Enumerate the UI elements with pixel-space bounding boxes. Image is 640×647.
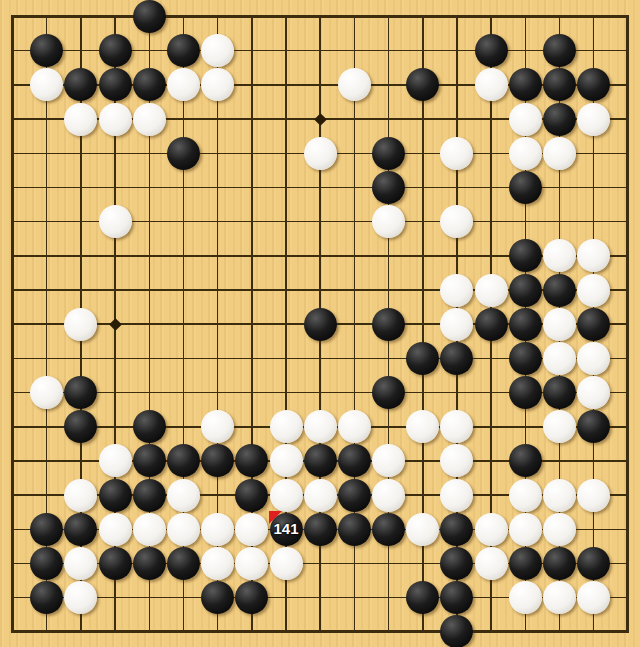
white-stone: [30, 68, 63, 101]
white-stone: [270, 479, 303, 512]
white-stone: [543, 137, 576, 170]
white-stone: [440, 308, 473, 341]
black-stone: [167, 34, 200, 67]
white-stone: [99, 513, 132, 546]
black-stone: [338, 444, 371, 477]
white-stone: [509, 137, 542, 170]
black-stone: [99, 547, 132, 580]
white-stone: [406, 410, 439, 443]
white-stone: [201, 547, 234, 580]
black-stone: [30, 513, 63, 546]
black-stone: [577, 308, 610, 341]
black-stone: [509, 68, 542, 101]
white-stone: [440, 205, 473, 238]
black-stone: [64, 68, 97, 101]
white-stone: [64, 547, 97, 580]
black-stone: [509, 274, 542, 307]
white-stone: [577, 239, 610, 272]
white-stone: [235, 547, 268, 580]
black-stone: [543, 274, 576, 307]
white-stone: [440, 274, 473, 307]
black-stone: [99, 68, 132, 101]
black-stone: [577, 410, 610, 443]
black-stone: [509, 444, 542, 477]
white-stone: [201, 68, 234, 101]
white-stone: [167, 513, 200, 546]
black-stone: [509, 342, 542, 375]
white-stone: [509, 581, 542, 614]
white-stone: [338, 68, 371, 101]
white-stone: [406, 513, 439, 546]
white-stone: [304, 137, 337, 170]
black-stone: [235, 444, 268, 477]
black-stone: [99, 34, 132, 67]
white-stone: [201, 513, 234, 546]
black-stone: [304, 308, 337, 341]
black-stone: [509, 308, 542, 341]
black-stone: [440, 615, 473, 647]
black-stone: [406, 581, 439, 614]
white-stone: [304, 479, 337, 512]
star-point: [109, 318, 122, 331]
white-stone: [475, 547, 508, 580]
white-stone: [99, 444, 132, 477]
white-stone: [577, 581, 610, 614]
white-stone: [64, 308, 97, 341]
black-stone: [475, 308, 508, 341]
white-stone: [543, 239, 576, 272]
white-stone: [577, 479, 610, 512]
white-stone: [133, 103, 166, 136]
white-stone: [475, 513, 508, 546]
black-stone: [167, 547, 200, 580]
white-stone: [577, 103, 610, 136]
white-stone: [270, 410, 303, 443]
black-stone: [133, 444, 166, 477]
white-stone: [99, 205, 132, 238]
white-stone: [440, 444, 473, 477]
white-stone: [440, 137, 473, 170]
black-stone: [406, 342, 439, 375]
black-stone: [133, 410, 166, 443]
black-stone: [30, 581, 63, 614]
white-stone: [440, 410, 473, 443]
black-stone: [509, 171, 542, 204]
black-stone: [167, 444, 200, 477]
black-stone: [372, 376, 405, 409]
black-stone: [235, 581, 268, 614]
black-stone: [440, 547, 473, 580]
star-point: [314, 113, 327, 126]
white-stone: [338, 410, 371, 443]
black-stone: [64, 410, 97, 443]
black-stone: [372, 137, 405, 170]
white-stone: [577, 376, 610, 409]
go-board[interactable]: 141: [0, 0, 640, 647]
black-stone: [304, 444, 337, 477]
black-stone: [509, 547, 542, 580]
white-stone: [201, 34, 234, 67]
white-stone: [475, 274, 508, 307]
black-stone: [338, 479, 371, 512]
black-stone: [372, 513, 405, 546]
white-stone: [304, 410, 337, 443]
black-stone: [543, 103, 576, 136]
black-stone: [167, 137, 200, 170]
white-stone: [201, 410, 234, 443]
white-stone: [64, 479, 97, 512]
black-stone: [133, 479, 166, 512]
white-stone: [372, 479, 405, 512]
black-stone: [509, 376, 542, 409]
white-stone: [99, 103, 132, 136]
white-stone: [440, 479, 473, 512]
grid-line-vertical: [626, 15, 629, 633]
black-stone: [133, 547, 166, 580]
move-number-label: 141: [262, 520, 310, 538]
black-stone: [543, 68, 576, 101]
white-stone: [64, 103, 97, 136]
black-stone: [406, 68, 439, 101]
black-stone: [133, 0, 166, 33]
black-stone: [543, 34, 576, 67]
black-stone: [235, 479, 268, 512]
black-stone: [133, 68, 166, 101]
black-stone: [338, 513, 371, 546]
white-stone: [133, 513, 166, 546]
black-stone: [440, 581, 473, 614]
white-stone: [167, 68, 200, 101]
black-stone: [475, 34, 508, 67]
black-stone: [30, 34, 63, 67]
black-stone: [509, 239, 542, 272]
white-stone: [30, 376, 63, 409]
black-stone: [201, 581, 234, 614]
black-stone: [440, 342, 473, 375]
white-stone: [543, 342, 576, 375]
white-stone: [270, 444, 303, 477]
black-stone: [577, 68, 610, 101]
black-stone: [201, 444, 234, 477]
black-stone: [372, 171, 405, 204]
black-stone: [64, 513, 97, 546]
white-stone: [509, 479, 542, 512]
black-stone: [372, 308, 405, 341]
black-stone: [30, 547, 63, 580]
black-stone: [64, 376, 97, 409]
white-stone: [372, 205, 405, 238]
white-stone: [64, 581, 97, 614]
white-stone: [543, 479, 576, 512]
white-stone: [509, 103, 542, 136]
black-stone: [440, 513, 473, 546]
white-stone: [372, 444, 405, 477]
white-stone: [543, 581, 576, 614]
white-stone: [167, 479, 200, 512]
white-stone: [543, 513, 576, 546]
white-stone: [270, 547, 303, 580]
white-stone: [577, 342, 610, 375]
white-stone: [577, 274, 610, 307]
white-stone: [543, 308, 576, 341]
black-stone: [543, 547, 576, 580]
white-stone: [509, 513, 542, 546]
white-stone: [475, 68, 508, 101]
black-stone: [543, 376, 576, 409]
black-stone: [99, 479, 132, 512]
white-stone: [543, 410, 576, 443]
black-stone: [577, 547, 610, 580]
grid-line-horizontal: [11, 630, 629, 633]
